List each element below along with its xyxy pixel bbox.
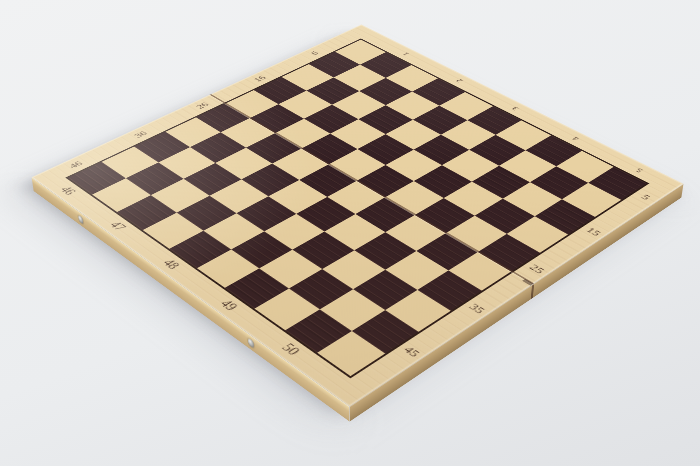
square-r10c5 (169, 231, 231, 268)
square-r3c10 (535, 199, 595, 234)
hinge-screw-icon (248, 337, 254, 348)
draughts-board: 123455152535454647484950616263646 (32, 24, 684, 406)
square-r10c8 (255, 289, 320, 331)
square-r9c7 (259, 250, 322, 289)
coord-label-right-15: 15 (584, 226, 603, 237)
square-r4c9 (475, 199, 535, 234)
coord-label-top-3: 3 (510, 106, 521, 112)
scene: 123455152535454647484950616263646 (0, 0, 700, 466)
square-r7c10 (417, 271, 481, 311)
square-r10c9 (285, 310, 351, 353)
square-r10c6 (197, 249, 260, 288)
coord-label-bottom-48: 48 (160, 258, 181, 271)
square-r9c9 (320, 289, 385, 331)
square-r8c4 (209, 179, 268, 213)
square-r10c3 (117, 195, 177, 230)
coord-label-right-25: 25 (528, 262, 548, 274)
square-r5c7 (385, 181, 444, 215)
square-r7c8 (354, 232, 416, 270)
square-r10c10 (317, 331, 385, 376)
square-r8c5 (236, 196, 296, 231)
square-r8c8 (322, 251, 385, 290)
square-r5c10 (478, 234, 540, 272)
board-surface: 123455152535454647484950616263646 (32, 24, 684, 406)
coord-label-bottom-50: 50 (279, 342, 302, 357)
square-r6c7 (355, 197, 415, 232)
square-r3c9 (503, 182, 562, 216)
square-r8c7 (293, 232, 355, 269)
square-r2c10 (562, 183, 621, 217)
board-grid (65, 38, 649, 378)
coord-label-bottom-46: 46 (57, 185, 77, 196)
square-r4c10 (507, 216, 568, 252)
hinge-screw-icon (78, 214, 84, 224)
square-r6c6 (327, 181, 386, 215)
coord-label-left-36: 36 (132, 130, 149, 139)
square-r10c4 (143, 213, 204, 249)
coord-label-right-45: 45 (402, 344, 424, 358)
square-r10c7 (225, 269, 289, 309)
square-r8c6 (264, 214, 325, 250)
square-r8c10 (385, 290, 450, 332)
coord-label-right-5: 5 (640, 193, 653, 201)
coord-label-bottom-47: 47 (107, 220, 128, 232)
coord-label-left-26: 26 (194, 101, 210, 110)
square-r7c6 (296, 197, 356, 232)
square-r9c8 (289, 269, 353, 309)
square-r10c2 (92, 178, 151, 212)
square-r9c10 (352, 310, 419, 353)
square-r6c8 (385, 215, 446, 251)
square-r9c3 (151, 179, 210, 213)
coord-label-left-6: 6 (309, 50, 320, 56)
square-r9c5 (203, 213, 264, 249)
fold-seam-side (531, 284, 534, 299)
coord-label-top-2: 2 (454, 78, 464, 83)
square-r6c10 (448, 252, 511, 291)
coord-label-top-4: 4 (570, 135, 581, 141)
square-r6c9 (416, 233, 478, 271)
square-r5c8 (415, 198, 475, 233)
coord-label-top-1: 1 (401, 51, 411, 56)
square-r7c9 (385, 251, 448, 290)
coord-label-left-16: 16 (252, 75, 268, 83)
square-r7c7 (325, 214, 386, 250)
square-r8c9 (353, 270, 417, 310)
square-r4c8 (444, 182, 503, 216)
coord-label-left-46: 46 (67, 160, 84, 170)
coord-label-right-35: 35 (467, 302, 488, 315)
coord-label-top-5: 5 (634, 167, 645, 173)
coord-label-bottom-49: 49 (217, 298, 239, 312)
square-r9c4 (176, 196, 236, 231)
square-r9c6 (231, 231, 293, 268)
square-r5c9 (446, 216, 507, 252)
square-r7c5 (268, 180, 327, 214)
